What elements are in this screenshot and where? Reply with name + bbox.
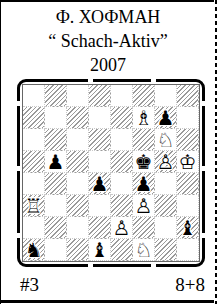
square-a4[interactable]	[23, 173, 45, 195]
piece-black-pawn: ♟	[45, 151, 66, 173]
square-d6[interactable]	[89, 129, 111, 151]
square-g2[interactable]	[155, 217, 177, 239]
square-d3[interactable]	[89, 195, 111, 217]
square-e1[interactable]	[111, 239, 133, 261]
square-b6[interactable]	[45, 129, 67, 151]
square-e4[interactable]	[111, 173, 133, 195]
composer-name: Ф. ХОФМАН	[0, 5, 216, 29]
piece-white-king: ♔	[177, 151, 198, 173]
square-g5[interactable]: ♙	[155, 151, 177, 173]
square-e5[interactable]	[111, 151, 133, 173]
piece-black-pawn: ♟	[89, 173, 110, 195]
square-g3[interactable]	[155, 195, 177, 217]
square-f3[interactable]: ♙	[133, 195, 155, 217]
square-b8[interactable]	[45, 85, 67, 107]
publication-year: 2007	[0, 53, 216, 77]
piece-white-pawn: ♙	[111, 217, 132, 239]
square-c3[interactable]	[67, 195, 89, 217]
square-c4[interactable]	[67, 173, 89, 195]
scan-gap	[88, 262, 93, 267]
square-a2[interactable]	[23, 217, 45, 239]
square-f5[interactable]: ♚	[133, 151, 155, 173]
square-h6[interactable]	[177, 129, 199, 151]
square-h3[interactable]	[177, 195, 199, 217]
square-g7[interactable]: ♟	[155, 107, 177, 129]
piece-black-knight: ♞	[23, 239, 44, 261]
square-e8[interactable]	[111, 85, 133, 107]
piece-white-rook: ♖	[23, 195, 44, 217]
square-d2[interactable]	[89, 217, 111, 239]
square-h5[interactable]: ♔	[177, 151, 199, 173]
square-c6[interactable]	[67, 129, 89, 151]
scan-gap	[17, 233, 22, 238]
piece-black-bishop: ♝	[89, 239, 110, 261]
piece-white-bishop: ♗	[133, 107, 154, 129]
piece-black-pawn: ♟	[155, 107, 176, 129]
square-e3[interactable]	[111, 195, 133, 217]
piece-white-knight: ♘	[133, 239, 154, 261]
square-b1[interactable]	[45, 239, 67, 261]
square-e2[interactable]: ♙	[111, 217, 133, 239]
page-top-rule	[0, 0, 214, 2]
square-h1[interactable]	[177, 239, 199, 261]
scan-gap	[200, 101, 205, 106]
square-d4[interactable]: ♟	[89, 173, 111, 195]
chessboard-frame: ♗♟♘♟♚♙♔♟♟♖♙♙♝♞♝♘	[17, 79, 205, 267]
square-c7[interactable]	[67, 107, 89, 129]
square-a6[interactable]	[23, 129, 45, 151]
square-a1[interactable]: ♞	[23, 239, 45, 261]
chessboard: ♗♟♘♟♚♙♔♟♟♖♙♙♝♞♝♘	[22, 84, 200, 262]
page-bottom-rule	[0, 300, 214, 303]
square-b7[interactable]	[45, 107, 67, 129]
piece-white-pawn: ♙	[155, 151, 176, 173]
scan-gap	[17, 166, 22, 171]
square-b4[interactable]	[45, 173, 67, 195]
square-c5[interactable]	[67, 151, 89, 173]
square-h7[interactable]	[177, 107, 199, 129]
square-b2[interactable]	[45, 217, 67, 239]
square-f1[interactable]: ♘	[133, 239, 155, 261]
square-c8[interactable]	[67, 85, 89, 107]
square-g6[interactable]: ♘	[155, 129, 177, 151]
square-d5[interactable]	[89, 151, 111, 173]
scan-gap	[151, 79, 156, 84]
square-h8[interactable]	[177, 85, 199, 107]
square-d1[interactable]: ♝	[89, 239, 111, 261]
material-count-label: 8+8	[175, 274, 205, 296]
piece-black-pawn: ♟	[133, 173, 154, 195]
piece-white-pawn: ♙	[133, 195, 154, 217]
scan-gap	[200, 166, 205, 171]
square-h2[interactable]: ♝	[177, 217, 199, 239]
square-e7[interactable]	[111, 107, 133, 129]
stipulation-label: #3	[20, 274, 39, 296]
square-f4[interactable]: ♟	[133, 173, 155, 195]
diagram-header: Ф. ХОФМАН “ Schach-Aktiv” 2007	[0, 5, 216, 77]
scan-gap	[151, 262, 156, 267]
square-g1[interactable]	[155, 239, 177, 261]
square-f8[interactable]	[133, 85, 155, 107]
square-a8[interactable]	[23, 85, 45, 107]
square-e6[interactable]	[111, 129, 133, 151]
square-g4[interactable]	[155, 173, 177, 195]
source-name: “ Schach-Aktiv”	[0, 29, 216, 53]
square-b5[interactable]: ♟	[45, 151, 67, 173]
scan-gap	[17, 101, 22, 106]
square-c1[interactable]	[67, 239, 89, 261]
square-a3[interactable]: ♖	[23, 195, 45, 217]
piece-black-bishop: ♝	[177, 217, 198, 239]
square-f7[interactable]: ♗	[133, 107, 155, 129]
square-d7[interactable]	[89, 107, 111, 129]
square-d8[interactable]	[89, 85, 111, 107]
square-h4[interactable]	[177, 173, 199, 195]
scanned-problem-page: Ф. ХОФМАН “ Schach-Aktiv” 2007 ♗♟♘♟♚♙♔♟♟…	[0, 0, 223, 304]
square-f2[interactable]	[133, 217, 155, 239]
square-a5[interactable]	[23, 151, 45, 173]
piece-white-knight: ♘	[155, 129, 176, 151]
square-f6[interactable]	[133, 129, 155, 151]
square-g8[interactable]	[155, 85, 177, 107]
piece-black-king: ♚	[133, 151, 154, 173]
square-c2[interactable]	[67, 217, 89, 239]
square-a7[interactable]	[23, 107, 45, 129]
scan-gap	[88, 79, 93, 84]
scan-gap	[200, 233, 205, 238]
square-b3[interactable]	[45, 195, 67, 217]
